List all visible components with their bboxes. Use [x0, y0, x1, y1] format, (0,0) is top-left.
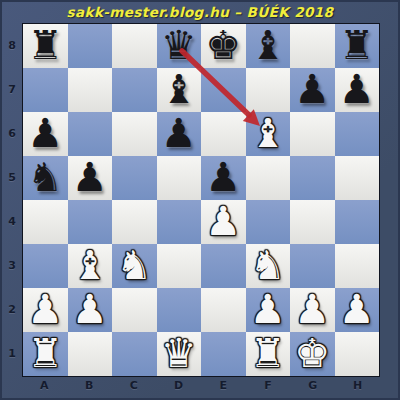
square-a8: ♜ — [23, 24, 68, 68]
square-d7: ♝ — [157, 68, 202, 112]
chess-board: ♜♛♚♝♜♝♟♟♟♟♝♞♟♟♟♝♞♞♟♟♟♟♟♜♛♜♚ — [22, 23, 380, 377]
square-h8: ♜ — [335, 24, 380, 68]
square-b6 — [68, 112, 113, 156]
square-e2 — [201, 288, 246, 332]
square-a2: ♟ — [23, 288, 68, 332]
square-g6 — [290, 112, 335, 156]
square-c3: ♞ — [112, 244, 157, 288]
square-c2 — [112, 288, 157, 332]
rank-label-5: 5 — [2, 155, 22, 199]
square-a6: ♟ — [23, 112, 68, 156]
square-c6 — [112, 112, 157, 156]
square-h1 — [335, 332, 380, 376]
rank-label-8: 8 — [2, 23, 22, 67]
square-d6: ♟ — [157, 112, 202, 156]
square-h3 — [335, 244, 380, 288]
rank-label-6: 6 — [2, 111, 22, 155]
square-b2: ♟ — [68, 288, 113, 332]
square-c5 — [112, 156, 157, 200]
square-a4 — [23, 200, 68, 244]
square-c4 — [112, 200, 157, 244]
piece-bK-e8: ♚ — [205, 25, 241, 65]
file-label-b: B — [67, 376, 112, 398]
file-label-e: E — [201, 376, 246, 398]
rank-label-2: 2 — [2, 287, 22, 331]
square-b3: ♝ — [68, 244, 113, 288]
square-b7 — [68, 68, 113, 112]
piece-bR-h8: ♜ — [339, 25, 375, 65]
piece-wB-b3: ♝ — [72, 245, 108, 285]
square-e6 — [201, 112, 246, 156]
square-c8 — [112, 24, 157, 68]
square-h5 — [335, 156, 380, 200]
square-g3 — [290, 244, 335, 288]
file-label-c: C — [112, 376, 157, 398]
piece-bP-b5: ♟ — [72, 157, 108, 197]
piece-wP-e4: ♟ — [205, 201, 241, 241]
rank-label-3: 3 — [2, 243, 22, 287]
piece-bP-e5: ♟ — [205, 157, 241, 197]
piece-wP-f2: ♟ — [250, 289, 286, 329]
piece-bQ-d8: ♛ — [161, 25, 197, 65]
chess-diagram: sakk-mester.blog.hu – BÚÉK 2018 87654321… — [0, 0, 400, 400]
square-d1: ♛ — [157, 332, 202, 376]
file-label-g: G — [291, 376, 336, 398]
piece-wN-f3: ♞ — [250, 245, 286, 285]
piece-bB-f8: ♝ — [250, 25, 286, 65]
rank-label-7: 7 — [2, 67, 22, 111]
square-h2: ♟ — [335, 288, 380, 332]
square-f7 — [246, 68, 291, 112]
square-b4 — [68, 200, 113, 244]
piece-wR-f1: ♜ — [250, 333, 286, 373]
file-label-d: D — [156, 376, 201, 398]
piece-wP-g2: ♟ — [294, 289, 330, 329]
file-label-h: H — [335, 376, 380, 398]
file-label-a: A — [22, 376, 67, 398]
square-d8: ♛ — [157, 24, 202, 68]
rank-labels: 87654321 — [2, 23, 22, 375]
square-g2: ♟ — [290, 288, 335, 332]
square-h7: ♟ — [335, 68, 380, 112]
square-e4: ♟ — [201, 200, 246, 244]
piece-wR-a1: ♜ — [27, 333, 63, 373]
piece-wN-c3: ♞ — [116, 245, 152, 285]
square-e1 — [201, 332, 246, 376]
square-e5: ♟ — [201, 156, 246, 200]
rank-label-4: 4 — [2, 199, 22, 243]
square-h6 — [335, 112, 380, 156]
piece-wP-a2: ♟ — [27, 289, 63, 329]
piece-bP-d6: ♟ — [161, 113, 197, 153]
piece-wP-b2: ♟ — [72, 289, 108, 329]
square-f8: ♝ — [246, 24, 291, 68]
file-label-f: F — [246, 376, 291, 398]
square-c7 — [112, 68, 157, 112]
piece-wP-h2: ♟ — [339, 289, 375, 329]
square-h4 — [335, 200, 380, 244]
square-e3 — [201, 244, 246, 288]
piece-bP-a6: ♟ — [27, 113, 63, 153]
square-e7 — [201, 68, 246, 112]
piece-bR-a8: ♜ — [27, 25, 63, 65]
square-b1 — [68, 332, 113, 376]
square-f3: ♞ — [246, 244, 291, 288]
square-a7 — [23, 68, 68, 112]
piece-bB-d7: ♝ — [161, 69, 197, 109]
piece-wQ-d1: ♛ — [161, 333, 197, 373]
square-f4 — [246, 200, 291, 244]
square-f5 — [246, 156, 291, 200]
square-c1 — [112, 332, 157, 376]
square-g8 — [290, 24, 335, 68]
square-a3 — [23, 244, 68, 288]
page-title: sakk-mester.blog.hu – BÚÉK 2018 — [2, 2, 398, 23]
square-f1: ♜ — [246, 332, 291, 376]
square-g7: ♟ — [290, 68, 335, 112]
square-b8 — [68, 24, 113, 68]
square-f6: ♝ — [246, 112, 291, 156]
square-d4 — [157, 200, 202, 244]
square-d2 — [157, 288, 202, 332]
file-labels: ABCDEFGH — [22, 376, 380, 398]
piece-bP-h7: ♟ — [339, 69, 375, 109]
square-b5: ♟ — [68, 156, 113, 200]
piece-wK-g1: ♚ — [294, 333, 330, 373]
square-g5 — [290, 156, 335, 200]
square-d3 — [157, 244, 202, 288]
square-a1: ♜ — [23, 332, 68, 376]
square-d5 — [157, 156, 202, 200]
square-e8: ♚ — [201, 24, 246, 68]
square-a5: ♞ — [23, 156, 68, 200]
rank-label-1: 1 — [2, 331, 22, 375]
square-g4 — [290, 200, 335, 244]
piece-bN-a5: ♞ — [27, 157, 63, 197]
square-f2: ♟ — [246, 288, 291, 332]
piece-bP-g7: ♟ — [294, 69, 330, 109]
piece-wB-f6: ♝ — [250, 113, 286, 153]
square-g1: ♚ — [290, 332, 335, 376]
